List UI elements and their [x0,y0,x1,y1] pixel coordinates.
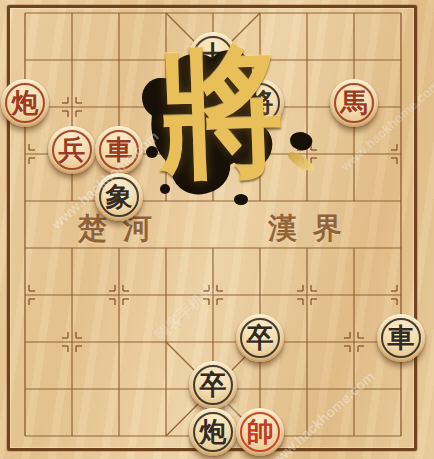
piece-glyph: 帥 [236,408,284,456]
piece-glyph: 炮 [1,79,49,127]
piece-black-elephant[interactable]: 象 [95,173,143,221]
piece-black-soldier[interactable]: 卒 [189,361,237,409]
piece-glyph: 兵 [48,126,96,174]
piece-red-chariot[interactable]: 車 [95,126,143,174]
piece-black-advisor[interactable]: 士 [189,32,237,80]
piece-black-cannon[interactable]: 炮 [189,408,237,456]
river-label-han-jie: 漢界 [248,210,378,246]
piece-glyph: 卒 [189,361,237,409]
piece-glyph: 士 [189,32,237,80]
piece-glyph: 炮 [189,408,237,456]
piece-glyph: 車 [95,126,143,174]
piece-glyph: 卒 [236,314,284,362]
xiangqi-board-screen[interactable]: 楚河 漢界 士炮將馬兵車象卒車卒炮帥 將 www.hackhome.comwww… [0,0,434,459]
piece-red-cannon[interactable]: 炮 [1,79,49,127]
piece-red-horse[interactable]: 馬 [330,79,378,127]
piece-glyph: 將 [236,79,284,127]
piece-glyph: 車 [377,314,425,362]
piece-black-general[interactable]: 將 [236,79,284,127]
piece-red-general[interactable]: 帥 [236,408,284,456]
piece-red-soldier[interactable]: 兵 [48,126,96,174]
piece-black-chariot[interactable]: 車 [377,314,425,362]
piece-glyph: 象 [95,173,143,221]
piece-black-soldier[interactable]: 卒 [236,314,284,362]
piece-glyph: 馬 [330,79,378,127]
